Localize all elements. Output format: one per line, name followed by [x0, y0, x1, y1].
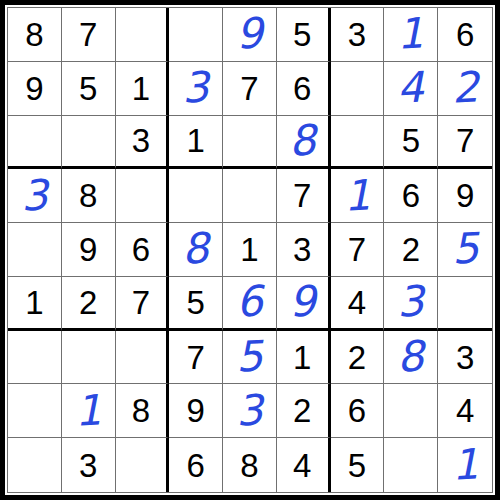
given-digit: 3: [132, 124, 150, 157]
given-digit: 5: [187, 286, 205, 319]
given-digit: 8: [79, 179, 97, 212]
given-digit: 9: [456, 179, 474, 212]
entry-digit: 5: [235, 335, 264, 378]
cell-r9c4[interactable]: 6: [169, 438, 223, 492]
cell-r3c8[interactable]: 5: [384, 116, 438, 170]
cell-r7c3[interactable]: [116, 331, 170, 385]
given-digit: 5: [402, 124, 420, 157]
cell-r7c7[interactable]: 2: [331, 331, 385, 385]
given-digit: 8: [132, 394, 150, 427]
given-digit: 2: [293, 394, 311, 427]
cell-r4c3[interactable]: [116, 169, 170, 223]
cell-r7c4[interactable]: 7: [169, 331, 223, 385]
cell-r3c7[interactable]: [331, 116, 385, 170]
entry-digit: 9: [235, 13, 264, 56]
cell-r3c9[interactable]: 7: [438, 116, 492, 170]
cell-r8c2[interactable]: 1: [62, 384, 116, 438]
given-digit: 1: [132, 72, 150, 105]
given-digit: 6: [456, 18, 474, 51]
cell-r2c4[interactable]: 3: [169, 62, 223, 116]
given-digit: 3: [348, 18, 366, 51]
cell-r6c5[interactable]: 6: [223, 277, 277, 331]
cell-r1c6[interactable]: 5: [277, 8, 331, 62]
cell-r8c4[interactable]: 9: [169, 384, 223, 438]
cell-r3c6[interactable]: 8: [277, 116, 331, 170]
cell-r8c9[interactable]: 4: [438, 384, 492, 438]
given-digit: 6: [187, 449, 205, 482]
cell-r8c6[interactable]: 2: [277, 384, 331, 438]
cell-r7c6[interactable]: 1: [277, 331, 331, 385]
given-digit: 3: [79, 449, 97, 482]
given-digit: 3: [456, 341, 474, 374]
given-digit: 9: [79, 233, 97, 266]
cell-r3c2[interactable]: [62, 116, 116, 170]
cell-r1c9[interactable]: 6: [438, 8, 492, 62]
cell-r6c3[interactable]: 7: [116, 277, 170, 331]
given-digit: 2: [79, 286, 97, 319]
entry-digit: 1: [74, 389, 103, 432]
entry-digit: 1: [451, 443, 480, 486]
entry-digit: 1: [343, 174, 372, 217]
entry-digit: 2: [451, 66, 480, 109]
given-digit: 7: [79, 18, 97, 51]
given-digit: 7: [132, 286, 150, 319]
cell-r9c7[interactable]: 5: [331, 438, 385, 492]
given-digit: 8: [240, 449, 258, 482]
cell-r5c3[interactable]: 6: [116, 223, 170, 277]
given-digit: 1: [187, 124, 205, 157]
cell-r2c1[interactable]: 9: [8, 62, 62, 116]
cell-r8c3[interactable]: 8: [116, 384, 170, 438]
entry-digit: 8: [396, 335, 425, 378]
cell-r4c9[interactable]: 9: [438, 169, 492, 223]
cell-r7c9[interactable]: 3: [438, 331, 492, 385]
entry-digit: 8: [288, 119, 317, 162]
cell-r5c2[interactable]: 9: [62, 223, 116, 277]
given-digit: 1: [240, 233, 258, 266]
cell-r7c8[interactable]: 8: [384, 331, 438, 385]
given-digit: 9: [187, 394, 205, 427]
cell-r1c5[interactable]: 9: [223, 8, 277, 62]
given-digit: 6: [132, 233, 150, 266]
cell-r2c2[interactable]: 5: [62, 62, 116, 116]
cell-r8c1[interactable]: [8, 384, 62, 438]
given-digit: 6: [402, 179, 420, 212]
cell-r9c1[interactable]: [8, 438, 62, 492]
entry-digit: 3: [20, 174, 49, 217]
given-digit: 3: [293, 233, 311, 266]
given-digit: 4: [456, 394, 474, 427]
cell-r1c2[interactable]: 7: [62, 8, 116, 62]
entry-digit: 4: [396, 66, 425, 109]
cell-r9c5[interactable]: 8: [223, 438, 277, 492]
cell-r9c6[interactable]: 4: [277, 438, 331, 492]
given-digit: 7: [187, 341, 205, 374]
given-digit: 7: [240, 72, 258, 105]
cell-r5c7[interactable]: 7: [331, 223, 385, 277]
entry-digit: 3: [181, 66, 210, 109]
given-digit: 6: [348, 394, 366, 427]
cell-r1c3[interactable]: [116, 8, 170, 62]
cell-r5c1[interactable]: [8, 223, 62, 277]
cell-r9c8[interactable]: [384, 438, 438, 492]
cell-r7c2[interactable]: [62, 331, 116, 385]
cell-r1c4[interactable]: [169, 8, 223, 62]
cell-r6c7[interactable]: 4: [331, 277, 385, 331]
cell-r6c4[interactable]: 5: [169, 277, 223, 331]
cell-r4c8[interactable]: 6: [384, 169, 438, 223]
given-digit: 2: [348, 341, 366, 374]
given-digit: 1: [293, 341, 311, 374]
cell-r8c8[interactable]: [384, 384, 438, 438]
cell-r1c7[interactable]: 3: [331, 8, 385, 62]
cell-r4c6[interactable]: 7: [277, 169, 331, 223]
cell-r5c8[interactable]: 2: [384, 223, 438, 277]
given-digit: 5: [348, 449, 366, 482]
given-digit: 2: [402, 233, 420, 266]
cell-r3c3[interactable]: 3: [116, 116, 170, 170]
entry-digit: 8: [181, 228, 210, 271]
cell-r4c1[interactable]: 3: [8, 169, 62, 223]
cell-r6c6[interactable]: 9: [277, 277, 331, 331]
cell-r8c5[interactable]: 3: [223, 384, 277, 438]
cell-r5c4[interactable]: 8: [169, 223, 223, 277]
cell-r6c1[interactable]: 1: [8, 277, 62, 331]
cell-r2c5[interactable]: 7: [223, 62, 277, 116]
given-digit: 7: [348, 233, 366, 266]
cell-r2c3[interactable]: 1: [116, 62, 170, 116]
entry-digit: 5: [451, 228, 480, 271]
cell-r5c9[interactable]: 5: [438, 223, 492, 277]
given-digit: 4: [348, 286, 366, 319]
given-digit: 6: [293, 72, 311, 105]
cell-r3c5[interactable]: [223, 116, 277, 170]
given-digit: 5: [79, 72, 97, 105]
given-digit: 5: [293, 18, 311, 51]
cell-r3c4[interactable]: 1: [169, 116, 223, 170]
cell-r1c1[interactable]: 8: [8, 8, 62, 62]
given-digit: 7: [293, 179, 311, 212]
cell-r5c6[interactable]: 3: [277, 223, 331, 277]
cell-r9c3[interactable]: [116, 438, 170, 492]
entry-digit: 6: [235, 281, 264, 324]
entry-digit: 9: [288, 281, 317, 324]
cell-r4c7[interactable]: 1: [331, 169, 385, 223]
cell-r2c8[interactable]: 4: [384, 62, 438, 116]
given-digit: 1: [25, 286, 43, 319]
cell-r7c1[interactable]: [8, 331, 62, 385]
given-digit: 7: [456, 124, 474, 157]
cell-r6c9[interactable]: [438, 277, 492, 331]
cell-r2c6[interactable]: 6: [277, 62, 331, 116]
cell-r4c2[interactable]: 8: [62, 169, 116, 223]
sudoku-board: 8795316951376423185738716996813725127569…: [7, 7, 493, 493]
entry-digit: 3: [235, 389, 264, 432]
cell-r5c5[interactable]: 1: [223, 223, 277, 277]
cell-r2c9[interactable]: 2: [438, 62, 492, 116]
cell-r2c7[interactable]: [331, 62, 385, 116]
cell-r8c7[interactable]: 6: [331, 384, 385, 438]
entry-digit: 3: [396, 281, 425, 324]
cell-r9c2[interactable]: 3: [62, 438, 116, 492]
cell-r9c9[interactable]: 1: [438, 438, 492, 492]
cell-r1c8[interactable]: 1: [384, 8, 438, 62]
cell-r7c5[interactable]: 5: [223, 331, 277, 385]
cell-r4c4[interactable]: [169, 169, 223, 223]
cell-r6c8[interactable]: 3: [384, 277, 438, 331]
entry-digit: 1: [396, 13, 425, 56]
given-digit: 8: [25, 18, 43, 51]
sudoku-board-frame: 8795316951376423185738716996813725127569…: [0, 0, 500, 500]
cell-r4c5[interactable]: [223, 169, 277, 223]
cell-r3c1[interactable]: [8, 116, 62, 170]
cell-r6c2[interactable]: 2: [62, 277, 116, 331]
given-digit: 4: [293, 449, 311, 482]
given-digit: 9: [25, 72, 43, 105]
